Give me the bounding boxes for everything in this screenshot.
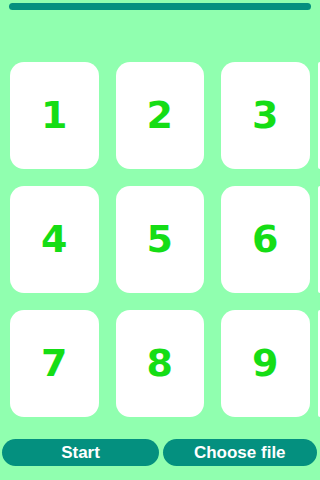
tile-2[interactable]: 2 [116,62,205,169]
start-button[interactable]: Start [2,439,159,466]
app-screen: 1 2 3 4 5 6 7 8 9 Start Choose file [0,0,320,480]
choose-file-button[interactable]: Choose file [163,439,318,466]
tile-6[interactable]: 6 [221,186,310,293]
tile-3[interactable]: 3 [221,62,310,169]
tile-4[interactable]: 4 [10,186,99,293]
tile-9[interactable]: 9 [221,310,310,417]
tile-8[interactable]: 8 [116,310,205,417]
tile-7[interactable]: 7 [10,310,99,417]
tile-grid: 1 2 3 4 5 6 7 8 9 [10,62,310,417]
tile-5[interactable]: 5 [116,186,205,293]
tile-1[interactable]: 1 [10,62,99,169]
horizontal-scroll-indicator-bar [9,3,311,10]
